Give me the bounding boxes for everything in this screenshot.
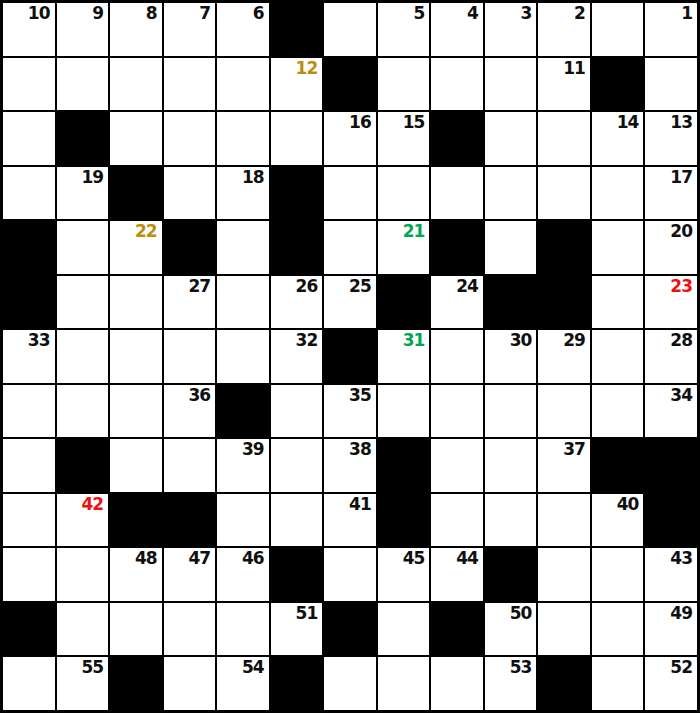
cell-r3c12[interactable]: 13 — [644, 111, 698, 166]
block-r9c11 — [591, 438, 645, 493]
cell-r7c4[interactable] — [216, 329, 270, 384]
cell-r7c11[interactable] — [591, 329, 645, 384]
cell-r6c3[interactable]: 27 — [163, 275, 217, 330]
cell-r7c9[interactable]: 30 — [484, 329, 538, 384]
block-r12c6 — [323, 602, 377, 657]
clue-number-31: 31 — [403, 331, 425, 350]
cell-r7c5[interactable]: 32 — [270, 329, 324, 384]
cell-r6c6[interactable]: 25 — [323, 275, 377, 330]
cell-r1c9[interactable]: 3 — [484, 2, 538, 57]
cell-r3c3[interactable] — [163, 111, 217, 166]
cell-r6c8[interactable]: 24 — [430, 275, 484, 330]
cell-r6c4[interactable] — [216, 275, 270, 330]
cell-r8c10[interactable] — [537, 384, 591, 439]
cell-r3c2[interactable] — [109, 111, 163, 166]
block-r2c6 — [323, 57, 377, 112]
clue-number-30: 30 — [510, 331, 532, 350]
clue-number-23: 23 — [670, 277, 692, 296]
cell-r6c1[interactable] — [56, 275, 110, 330]
clue-number-34: 34 — [670, 386, 692, 405]
cell-r6c5[interactable]: 26 — [270, 275, 324, 330]
clue-number-38: 38 — [349, 440, 371, 459]
clue-number-29: 29 — [563, 331, 585, 350]
cell-r11c1[interactable] — [56, 547, 110, 602]
block-r13c5 — [270, 656, 324, 711]
block-r9c12 — [644, 438, 698, 493]
clue-number-3: 3 — [521, 4, 532, 23]
cell-r2c1[interactable] — [56, 57, 110, 112]
clue-number-15: 15 — [403, 113, 425, 132]
cell-r7c7[interactable]: 31 — [377, 329, 431, 384]
block-r11c9 — [484, 547, 538, 602]
clue-number-49: 49 — [670, 604, 692, 623]
block-r6c10 — [537, 275, 591, 330]
cell-r9c0[interactable] — [2, 438, 56, 493]
cell-r12c3[interactable] — [163, 602, 217, 657]
clue-number-25: 25 — [349, 277, 371, 296]
cell-r8c2[interactable] — [109, 384, 163, 439]
block-r6c9 — [484, 275, 538, 330]
cell-r7c10[interactable]: 29 — [537, 329, 591, 384]
block-r9c7 — [377, 438, 431, 493]
cell-r9c9[interactable] — [484, 438, 538, 493]
cell-r7c0[interactable]: 33 — [2, 329, 56, 384]
cell-r11c2[interactable]: 48 — [109, 547, 163, 602]
cell-r8c6[interactable]: 35 — [323, 384, 377, 439]
cell-r3c4[interactable] — [216, 111, 270, 166]
cell-r4c6[interactable] — [323, 166, 377, 221]
cell-r13c6[interactable] — [323, 656, 377, 711]
cell-r13c7[interactable] — [377, 656, 431, 711]
cell-r1c7[interactable]: 5 — [377, 2, 431, 57]
cell-r8c8[interactable] — [430, 384, 484, 439]
block-r3c1 — [56, 111, 110, 166]
clue-number-4: 4 — [467, 4, 478, 23]
block-r9c1 — [56, 438, 110, 493]
cell-r12c5[interactable]: 51 — [270, 602, 324, 657]
block-r4c5 — [270, 166, 324, 221]
clue-number-13: 13 — [670, 113, 692, 132]
block-r12c8 — [430, 602, 484, 657]
cell-r10c11[interactable]: 40 — [591, 493, 645, 548]
cell-r7c2[interactable] — [109, 329, 163, 384]
cell-r4c7[interactable] — [377, 166, 431, 221]
cell-r8c11[interactable] — [591, 384, 645, 439]
cell-r5c12[interactable]: 20 — [644, 220, 698, 275]
clue-number-44: 44 — [456, 549, 478, 568]
cell-r3c5[interactable] — [270, 111, 324, 166]
clue-number-35: 35 — [349, 386, 371, 405]
cell-r10c9[interactable] — [484, 493, 538, 548]
cell-r13c0[interactable] — [2, 656, 56, 711]
cell-r5c6[interactable] — [323, 220, 377, 275]
block-r10c12 — [644, 493, 698, 548]
cell-r4c12[interactable]: 17 — [644, 166, 698, 221]
clue-number-22: 22 — [135, 222, 157, 241]
clue-number-26: 26 — [296, 277, 318, 296]
clue-number-52: 52 — [670, 658, 692, 677]
cell-r10c10[interactable] — [537, 493, 591, 548]
clue-number-53: 53 — [510, 658, 532, 677]
cell-r13c8[interactable] — [430, 656, 484, 711]
block-r10c3 — [163, 493, 217, 548]
block-r5c0 — [2, 220, 56, 275]
clue-number-43: 43 — [670, 549, 692, 568]
block-r6c7 — [377, 275, 431, 330]
cell-r8c7[interactable] — [377, 384, 431, 439]
cell-r12c10[interactable] — [537, 602, 591, 657]
block-r7c6 — [323, 329, 377, 384]
cell-r12c12[interactable]: 49 — [644, 602, 698, 657]
cell-r11c8[interactable]: 44 — [430, 547, 484, 602]
cell-r10c0[interactable] — [2, 493, 56, 548]
cell-r10c4[interactable] — [216, 493, 270, 548]
clue-number-7: 7 — [199, 4, 210, 23]
cell-r1c1[interactable]: 9 — [56, 2, 110, 57]
cell-r2c7[interactable] — [377, 57, 431, 112]
cell-r4c1[interactable]: 19 — [56, 166, 110, 221]
cell-r8c0[interactable] — [2, 384, 56, 439]
clue-number-45: 45 — [403, 549, 425, 568]
cell-r8c9[interactable] — [484, 384, 538, 439]
clue-number-5: 5 — [413, 4, 424, 23]
cell-r1c12[interactable]: 1 — [644, 2, 698, 57]
cell-r1c6[interactable] — [323, 2, 377, 57]
cell-r10c5[interactable] — [270, 493, 324, 548]
cell-r13c12[interactable]: 52 — [644, 656, 698, 711]
cell-r10c8[interactable] — [430, 493, 484, 548]
clue-number-11: 11 — [563, 59, 585, 78]
cell-r11c0[interactable] — [2, 547, 56, 602]
clue-number-55: 55 — [81, 658, 103, 677]
clue-number-16: 16 — [349, 113, 371, 132]
block-r5c8 — [430, 220, 484, 275]
crossword-board: 1098765432112111615141319181722212027262… — [0, 0, 700, 713]
cell-r5c7[interactable]: 21 — [377, 220, 431, 275]
cell-r5c1[interactable] — [56, 220, 110, 275]
block-r5c10 — [537, 220, 591, 275]
cell-r1c4[interactable]: 6 — [216, 2, 270, 57]
clue-number-20: 20 — [670, 222, 692, 241]
cell-r4c9[interactable] — [484, 166, 538, 221]
cell-r7c1[interactable] — [56, 329, 110, 384]
clue-number-32: 32 — [296, 331, 318, 350]
clue-number-39: 39 — [242, 440, 264, 459]
cell-r2c5[interactable]: 12 — [270, 57, 324, 112]
cell-r12c1[interactable] — [56, 602, 110, 657]
cell-r1c11[interactable] — [591, 2, 645, 57]
cell-r11c10[interactable] — [537, 547, 591, 602]
cell-r10c6[interactable]: 41 — [323, 493, 377, 548]
clue-number-37: 37 — [563, 440, 585, 459]
cell-r6c12[interactable]: 23 — [644, 275, 698, 330]
clue-number-18: 18 — [242, 168, 264, 187]
cell-r13c11[interactable] — [591, 656, 645, 711]
clue-number-48: 48 — [135, 549, 157, 568]
cell-r5c11[interactable] — [591, 220, 645, 275]
cell-r4c10[interactable] — [537, 166, 591, 221]
block-r10c2 — [109, 493, 163, 548]
cell-r2c2[interactable] — [109, 57, 163, 112]
cell-r2c3[interactable] — [163, 57, 217, 112]
cell-r4c3[interactable] — [163, 166, 217, 221]
cell-r6c2[interactable] — [109, 275, 163, 330]
cell-r2c12[interactable] — [644, 57, 698, 112]
clue-number-24: 24 — [456, 277, 478, 296]
cell-r11c7[interactable]: 45 — [377, 547, 431, 602]
cell-r1c3[interactable]: 7 — [163, 2, 217, 57]
cell-r11c4[interactable]: 46 — [216, 547, 270, 602]
clue-number-1: 1 — [681, 4, 692, 23]
cell-r9c4[interactable]: 39 — [216, 438, 270, 493]
clue-number-36: 36 — [188, 386, 210, 405]
block-r10c7 — [377, 493, 431, 548]
block-r2c11 — [591, 57, 645, 112]
cell-r10c1[interactable]: 42 — [56, 493, 110, 548]
block-r4c2 — [109, 166, 163, 221]
cell-r11c6[interactable] — [323, 547, 377, 602]
cell-r3c7[interactable]: 15 — [377, 111, 431, 166]
block-r11c5 — [270, 547, 324, 602]
cell-r9c6[interactable]: 38 — [323, 438, 377, 493]
cell-r9c10[interactable]: 37 — [537, 438, 591, 493]
cell-r12c4[interactable] — [216, 602, 270, 657]
cell-r9c3[interactable] — [163, 438, 217, 493]
clue-number-54: 54 — [242, 658, 264, 677]
cell-r2c4[interactable] — [216, 57, 270, 112]
cell-r3c0[interactable] — [2, 111, 56, 166]
clue-number-51: 51 — [296, 604, 318, 623]
cell-r4c4[interactable]: 18 — [216, 166, 270, 221]
cell-r5c9[interactable] — [484, 220, 538, 275]
clue-number-40: 40 — [617, 495, 639, 514]
cell-r1c0[interactable]: 10 — [2, 2, 56, 57]
clue-number-12: 12 — [296, 59, 318, 78]
cell-r2c8[interactable] — [430, 57, 484, 112]
cell-r1c2[interactable]: 8 — [109, 2, 163, 57]
cell-r12c7[interactable] — [377, 602, 431, 657]
cell-r9c5[interactable] — [270, 438, 324, 493]
cell-r3c10[interactable] — [537, 111, 591, 166]
cell-r11c11[interactable] — [591, 547, 645, 602]
cell-r13c9[interactable]: 53 — [484, 656, 538, 711]
cell-r1c8[interactable]: 4 — [430, 2, 484, 57]
clue-number-33: 33 — [28, 331, 50, 350]
cell-r8c1[interactable] — [56, 384, 110, 439]
cell-r1c10[interactable]: 2 — [537, 2, 591, 57]
cell-r12c11[interactable] — [591, 602, 645, 657]
block-r5c5 — [270, 220, 324, 275]
block-r5c3 — [163, 220, 217, 275]
block-r12c0 — [2, 602, 56, 657]
clue-number-46: 46 — [242, 549, 264, 568]
cell-r2c9[interactable] — [484, 57, 538, 112]
cell-r7c12[interactable]: 28 — [644, 329, 698, 384]
clue-number-41: 41 — [349, 495, 371, 514]
cell-r3c11[interactable]: 14 — [591, 111, 645, 166]
cell-r8c5[interactable] — [270, 384, 324, 439]
cell-r12c9[interactable]: 50 — [484, 602, 538, 657]
cell-r13c1[interactable]: 55 — [56, 656, 110, 711]
clue-number-50: 50 — [510, 604, 532, 623]
cell-r4c8[interactable] — [430, 166, 484, 221]
clue-number-10: 10 — [28, 4, 50, 23]
cell-r12c2[interactable] — [109, 602, 163, 657]
cell-r5c2[interactable]: 22 — [109, 220, 163, 275]
cell-r8c12[interactable]: 34 — [644, 384, 698, 439]
clue-number-6: 6 — [253, 4, 264, 23]
cell-r4c0[interactable] — [2, 166, 56, 221]
cell-r11c12[interactable]: 43 — [644, 547, 698, 602]
clue-number-19: 19 — [81, 168, 103, 187]
block-r6c0 — [2, 275, 56, 330]
clue-number-2: 2 — [574, 4, 585, 23]
block-r13c10 — [537, 656, 591, 711]
clue-number-21: 21 — [403, 222, 425, 241]
block-r8c4 — [216, 384, 270, 439]
cell-r5c4[interactable] — [216, 220, 270, 275]
clue-number-47: 47 — [188, 549, 210, 568]
clue-number-14: 14 — [617, 113, 639, 132]
cell-r4c11[interactable] — [591, 166, 645, 221]
clue-number-9: 9 — [92, 4, 103, 23]
clue-number-17: 17 — [670, 168, 692, 187]
cell-r8c3[interactable]: 36 — [163, 384, 217, 439]
crossword-grid: 1098765432112111615141319181722212027262… — [0, 0, 700, 713]
clue-number-42: 42 — [81, 495, 103, 514]
cell-r7c3[interactable] — [163, 329, 217, 384]
cell-r11c3[interactable]: 47 — [163, 547, 217, 602]
cell-r6c11[interactable] — [591, 275, 645, 330]
cell-r9c2[interactable] — [109, 438, 163, 493]
cell-r13c3[interactable] — [163, 656, 217, 711]
clue-number-8: 8 — [146, 4, 157, 23]
block-r13c2 — [109, 656, 163, 711]
cell-r7c8[interactable] — [430, 329, 484, 384]
cell-r3c6[interactable]: 16 — [323, 111, 377, 166]
cell-r13c4[interactable]: 54 — [216, 656, 270, 711]
block-r3c8 — [430, 111, 484, 166]
cell-r2c0[interactable] — [2, 57, 56, 112]
cell-r3c9[interactable] — [484, 111, 538, 166]
block-r1c5 — [270, 2, 324, 57]
clue-number-28: 28 — [670, 331, 692, 350]
clue-number-27: 27 — [188, 277, 210, 296]
cell-r9c8[interactable] — [430, 438, 484, 493]
cell-r2c10[interactable]: 11 — [537, 57, 591, 112]
